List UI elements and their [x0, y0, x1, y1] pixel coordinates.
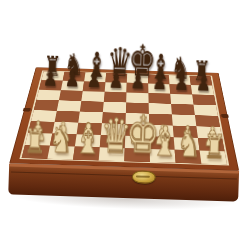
square-c8[interactable]: ♝ — [84, 72, 106, 82]
square-e5[interactable] — [126, 102, 149, 113]
square-h6[interactable] — [192, 94, 216, 105]
piece-white-bishop-f1[interactable]: ♝ — [151, 120, 176, 162]
square-f6[interactable] — [148, 93, 171, 104]
piece-black-bishop-f8[interactable]: ♝ — [149, 49, 170, 84]
square-c6[interactable] — [81, 91, 104, 102]
square-d7[interactable]: ♟ — [105, 82, 127, 92]
board-inlay-border: ♜♞♝♛♚♝♞♜♟♟♟♟♟♟♟♟♟♟♟♟♟♟♟♟♜♞♝♛♚♝♞♜ — [19, 70, 229, 165]
piece-white-knight-g1[interactable]: ♞ — [177, 126, 202, 163]
square-g4[interactable] — [172, 114, 196, 126]
square-a7[interactable]: ♟ — [39, 80, 63, 90]
piece-white-pawn-c2[interactable]: ♟ — [76, 119, 100, 147]
square-d6[interactable] — [104, 92, 127, 103]
square-h2[interactable]: ♟ — [198, 138, 225, 151]
piece-white-knight-b1[interactable]: ♞ — [48, 122, 73, 159]
board-grid: ♜♞♝♛♚♝♞♜♟♟♟♟♟♟♟♟♟♟♟♟♟♟♟♟♜♞♝♛♚♝♞♜ — [22, 71, 227, 164]
square-d2[interactable]: ♟ — [100, 135, 125, 148]
square-e1[interactable]: ♚ — [124, 148, 150, 162]
square-e6[interactable] — [126, 92, 148, 103]
piece-black-king-e8[interactable]: ♚ — [128, 39, 149, 83]
square-g1[interactable]: ♞ — [175, 150, 202, 164]
square-c3[interactable] — [77, 123, 102, 135]
square-e4[interactable] — [126, 113, 150, 125]
piece-white-bishop-c1[interactable]: ♝ — [74, 117, 99, 159]
piece-black-bishop-c8[interactable]: ♝ — [85, 47, 106, 82]
chess-box: ♜♞♝♛♚♝♞♜♟♟♟♟♟♟♟♟♟♟♟♟♟♟♟♟♜♞♝♛♚♝♞♜ — [8, 0, 245, 219]
fold-seam — [24, 109, 228, 116]
square-f8[interactable]: ♝ — [148, 74, 170, 84]
square-e2[interactable]: ♟ — [125, 136, 150, 149]
piece-black-pawn-f7[interactable]: ♟ — [149, 69, 170, 93]
square-h3[interactable] — [196, 126, 222, 139]
square-g5[interactable] — [171, 104, 195, 115]
square-f4[interactable] — [149, 114, 173, 126]
piece-white-rook-a1[interactable]: ♜ — [23, 125, 48, 159]
hinge-right-icon — [221, 114, 229, 118]
square-g7[interactable]: ♟ — [170, 84, 193, 94]
square-g3[interactable] — [173, 126, 198, 139]
square-a6[interactable] — [36, 90, 60, 101]
square-c2[interactable]: ♟ — [75, 134, 101, 147]
piece-white-pawn-b2[interactable]: ♟ — [51, 118, 75, 146]
square-a8[interactable]: ♜ — [41, 71, 64, 81]
square-d5[interactable] — [103, 102, 126, 113]
square-g8[interactable]: ♞ — [169, 75, 191, 85]
square-f1[interactable]: ♝ — [150, 149, 176, 163]
piece-white-pawn-e2[interactable]: ♟ — [126, 121, 150, 149]
hinge-left-icon — [23, 108, 31, 112]
piece-white-pawn-g2[interactable]: ♟ — [176, 122, 200, 150]
square-e8[interactable]: ♚ — [127, 74, 148, 84]
piece-black-pawn-c7[interactable]: ♟ — [84, 67, 105, 91]
square-b3[interactable] — [52, 122, 78, 134]
square-e7[interactable]: ♟ — [127, 83, 149, 93]
piece-black-knight-g8[interactable]: ♞ — [170, 53, 191, 84]
square-b7[interactable]: ♟ — [61, 81, 84, 91]
piece-black-queen-d8[interactable]: ♛ — [106, 42, 127, 83]
piece-black-knight-b8[interactable]: ♞ — [64, 50, 85, 81]
piece-white-pawn-a2[interactable]: ♟ — [26, 118, 50, 146]
square-b2[interactable]: ♟ — [50, 134, 77, 147]
square-h5[interactable] — [193, 105, 217, 116]
square-b1[interactable]: ♞ — [47, 146, 75, 160]
piece-white-rook-h1[interactable]: ♜ — [202, 130, 227, 164]
piece-white-king-e1[interactable]: ♚ — [125, 109, 150, 161]
square-c7[interactable]: ♟ — [83, 82, 106, 92]
board-scene: ♜♞♝♛♚♝♞♜♟♟♟♟♟♟♟♟♟♟♟♟♟♟♟♟♜♞♝♛♚♝♞♜ — [8, 0, 245, 216]
piece-black-pawn-d7[interactable]: ♟ — [106, 68, 127, 92]
square-f3[interactable] — [149, 125, 174, 137]
square-a3[interactable] — [28, 121, 55, 133]
square-h7[interactable]: ♟ — [191, 85, 214, 95]
chess-set-photo: ♜♞♝♛♚♝♞♜♟♟♟♟♟♟♟♟♟♟♟♟♟♟♟♟♜♞♝♛♚♝♞♜ — [0, 0, 250, 250]
square-c1[interactable]: ♝ — [73, 147, 100, 161]
square-g2[interactable]: ♟ — [174, 137, 200, 150]
square-d3[interactable] — [101, 123, 126, 135]
square-c4[interactable] — [78, 112, 103, 124]
square-b4[interactable] — [55, 111, 80, 123]
square-h1[interactable]: ♜ — [200, 151, 227, 165]
piece-black-pawn-h7[interactable]: ♟ — [193, 70, 214, 94]
piece-black-pawn-e7[interactable]: ♟ — [127, 68, 148, 92]
square-a2[interactable]: ♟ — [25, 133, 52, 146]
square-h8[interactable]: ♜ — [190, 76, 213, 86]
piece-black-rook-h8[interactable]: ♜ — [192, 57, 212, 85]
square-c5[interactable] — [80, 101, 104, 112]
square-b6[interactable] — [59, 90, 83, 101]
piece-white-pawn-h2[interactable]: ♟ — [201, 123, 225, 151]
board-top: ♜♞♝♛♚♝♞♜♟♟♟♟♟♟♟♟♟♟♟♟♟♟♟♟♜♞♝♛♚♝♞♜ — [9, 67, 239, 170]
square-d4[interactable] — [102, 112, 126, 124]
square-f7[interactable]: ♟ — [148, 84, 170, 94]
square-a5[interactable] — [34, 100, 59, 111]
piece-black-pawn-b7[interactable]: ♟ — [62, 66, 83, 90]
square-d1[interactable]: ♛ — [99, 147, 125, 161]
square-b5[interactable] — [57, 100, 82, 111]
square-d8[interactable]: ♛ — [105, 73, 127, 83]
square-f2[interactable]: ♟ — [149, 137, 174, 150]
square-a1[interactable]: ♜ — [22, 145, 50, 159]
square-g6[interactable] — [170, 94, 193, 105]
square-b8[interactable]: ♞ — [63, 72, 86, 82]
piece-black-pawn-a7[interactable]: ♟ — [40, 66, 61, 90]
square-h4[interactable] — [195, 115, 220, 127]
square-f5[interactable] — [149, 103, 172, 114]
piece-white-pawn-d2[interactable]: ♟ — [101, 120, 125, 148]
piece-white-pawn-f2[interactable]: ♟ — [151, 121, 175, 149]
square-e3[interactable] — [125, 124, 149, 136]
piece-black-rook-a8[interactable]: ♜ — [42, 53, 62, 81]
square-a4[interactable] — [31, 110, 57, 122]
piece-white-queen-d1[interactable]: ♛ — [100, 112, 125, 161]
piece-black-pawn-g7[interactable]: ♟ — [171, 70, 192, 94]
